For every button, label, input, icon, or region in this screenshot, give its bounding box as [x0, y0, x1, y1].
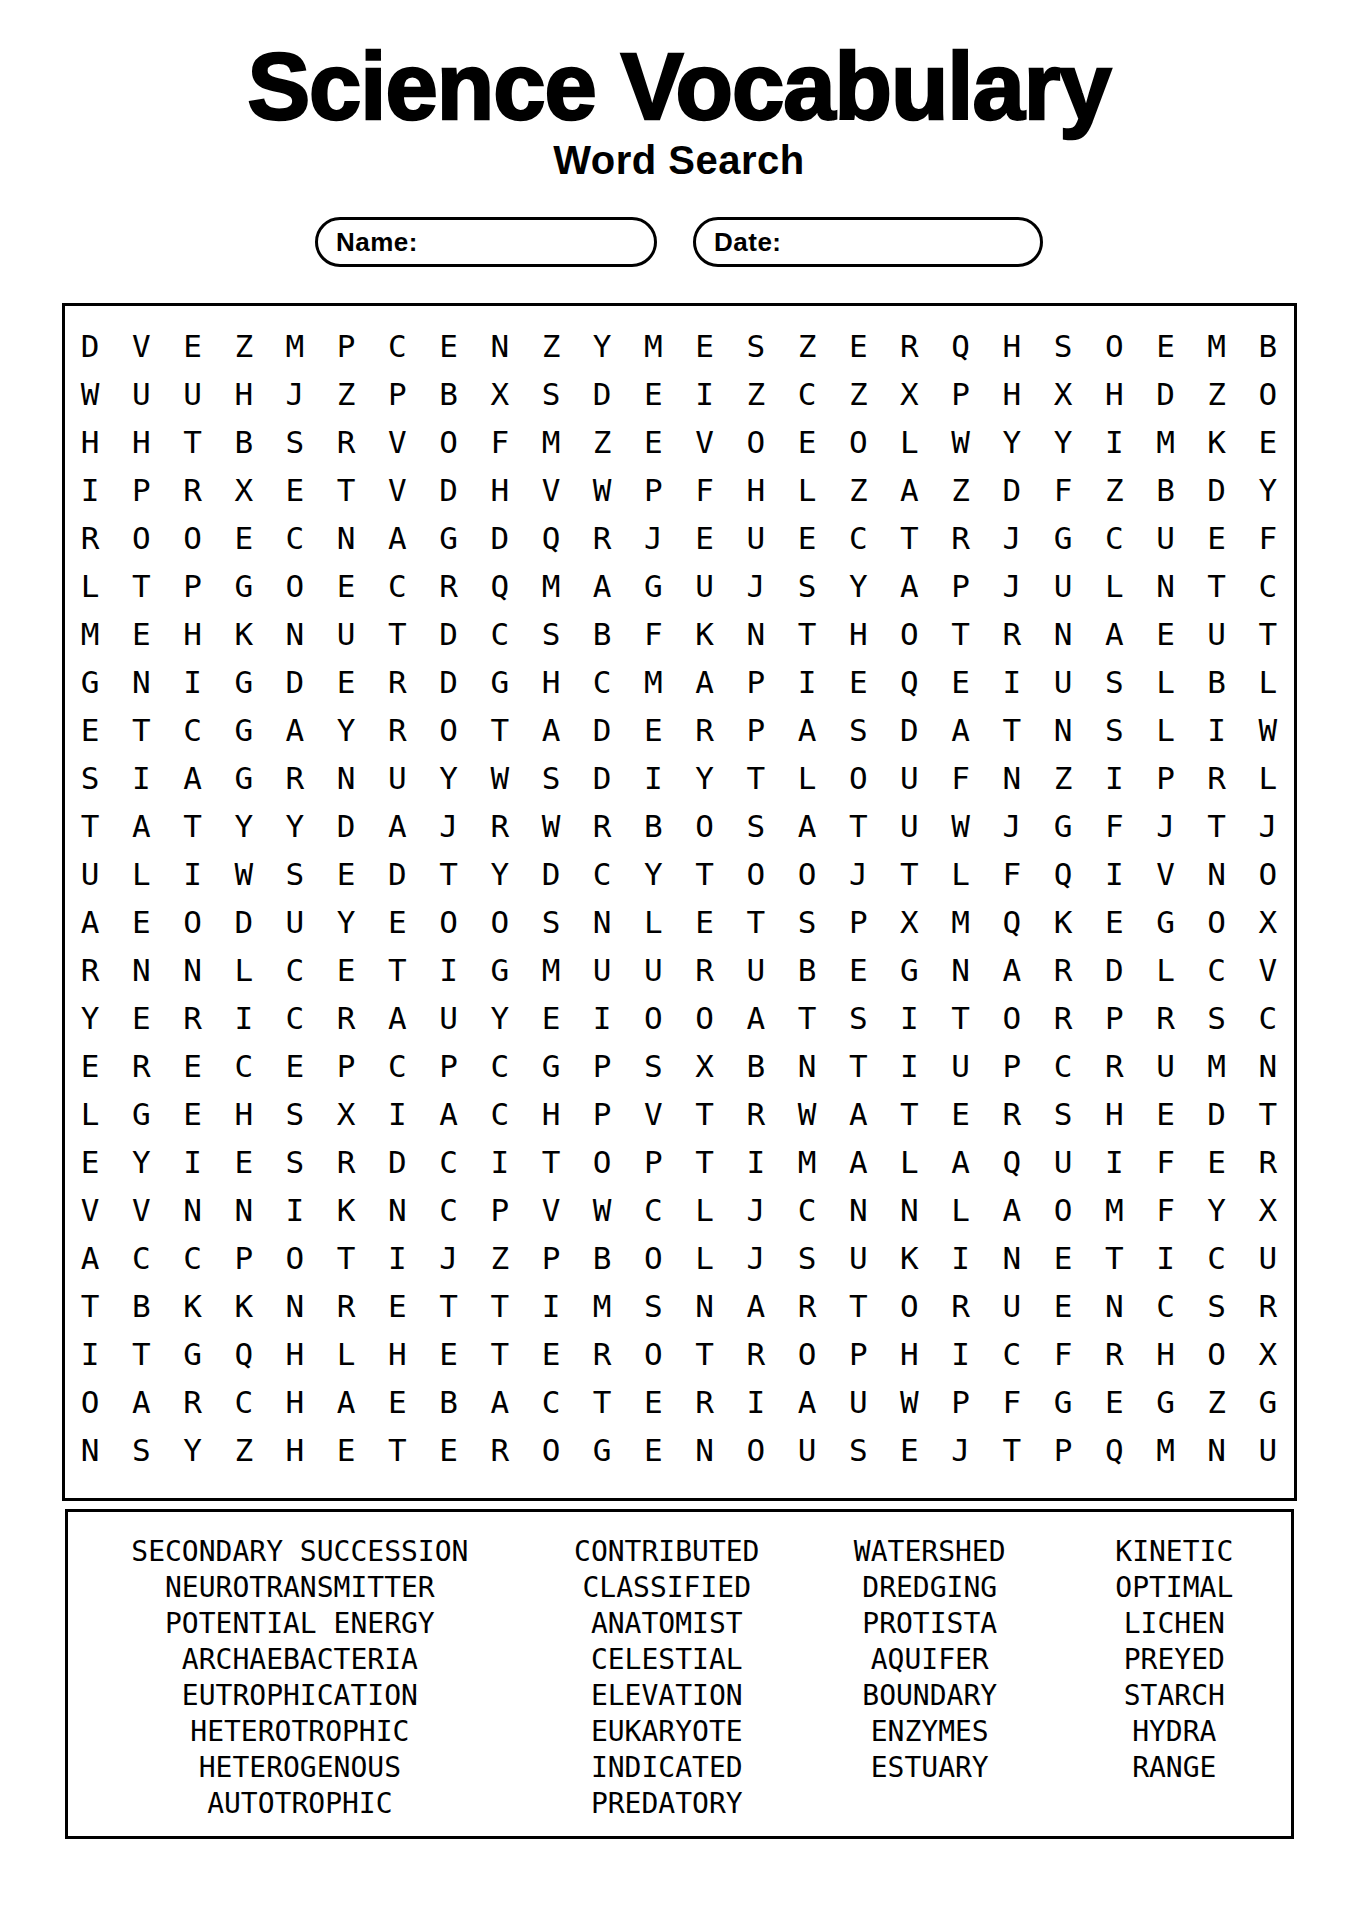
grid-cell[interactable]: M: [1140, 418, 1191, 466]
grid-cell[interactable]: W: [218, 850, 269, 898]
grid-cell[interactable]: S: [116, 1426, 167, 1474]
grid-cell[interactable]: J: [935, 1426, 986, 1474]
grid-cell[interactable]: D: [372, 1138, 423, 1186]
grid-cell[interactable]: O: [1037, 1186, 1088, 1234]
grid-cell[interactable]: K: [167, 1282, 218, 1330]
grid-cell[interactable]: U: [167, 370, 218, 418]
grid-cell[interactable]: X: [1242, 1186, 1293, 1234]
grid-cell[interactable]: E: [269, 1042, 320, 1090]
grid-cell[interactable]: E: [65, 706, 116, 754]
grid-cell[interactable]: C: [167, 706, 218, 754]
grid-cell[interactable]: N: [218, 1186, 269, 1234]
grid-cell[interactable]: P: [167, 562, 218, 610]
grid-cell[interactable]: E: [1242, 418, 1293, 466]
grid-cell[interactable]: A: [884, 562, 935, 610]
grid-cell[interactable]: O: [269, 1234, 320, 1282]
grid-cell[interactable]: L: [218, 946, 269, 994]
grid-cell[interactable]: D: [423, 610, 474, 658]
grid-cell[interactable]: G: [218, 706, 269, 754]
grid-cell[interactable]: N: [65, 1426, 116, 1474]
grid-cell[interactable]: H: [986, 370, 1037, 418]
grid-cell[interactable]: I: [1089, 1138, 1140, 1186]
grid-cell[interactable]: N: [1089, 1282, 1140, 1330]
grid-cell[interactable]: H: [218, 1090, 269, 1138]
grid-cell[interactable]: G: [474, 658, 525, 706]
grid-cell[interactable]: I: [1089, 418, 1140, 466]
grid-cell[interactable]: R: [679, 706, 730, 754]
grid-cell[interactable]: L: [679, 1186, 730, 1234]
grid-cell[interactable]: S: [525, 370, 576, 418]
grid-cell[interactable]: O: [833, 418, 884, 466]
grid-cell[interactable]: R: [730, 1090, 781, 1138]
grid-cell[interactable]: I: [935, 1234, 986, 1282]
grid-cell[interactable]: W: [935, 418, 986, 466]
grid-cell[interactable]: E: [1089, 1378, 1140, 1426]
grid-cell[interactable]: C: [781, 1186, 832, 1234]
grid-cell[interactable]: O: [730, 418, 781, 466]
grid-cell[interactable]: E: [935, 658, 986, 706]
grid-cell[interactable]: T: [167, 418, 218, 466]
name-field[interactable]: Name:: [315, 217, 657, 267]
grid-cell[interactable]: E: [628, 1426, 679, 1474]
grid-cell[interactable]: U: [1140, 514, 1191, 562]
grid-cell[interactable]: U: [884, 802, 935, 850]
grid-cell[interactable]: F: [1037, 466, 1088, 514]
grid-cell[interactable]: N: [1242, 1042, 1293, 1090]
grid-cell[interactable]: Y: [1037, 418, 1088, 466]
grid-cell[interactable]: S: [1037, 322, 1088, 370]
grid-cell[interactable]: P: [730, 658, 781, 706]
grid-cell[interactable]: D: [525, 850, 576, 898]
grid-cell[interactable]: C: [269, 514, 320, 562]
grid-cell[interactable]: I: [1089, 850, 1140, 898]
grid-cell[interactable]: Q: [986, 898, 1037, 946]
grid-cell[interactable]: N: [986, 754, 1037, 802]
grid-cell[interactable]: A: [577, 562, 628, 610]
grid-cell[interactable]: X: [884, 370, 935, 418]
grid-cell[interactable]: Y: [1242, 466, 1293, 514]
grid-cell[interactable]: G: [167, 1330, 218, 1378]
grid-cell[interactable]: P: [935, 370, 986, 418]
grid-cell[interactable]: X: [321, 1090, 372, 1138]
grid-cell[interactable]: T: [679, 1330, 730, 1378]
grid-cell[interactable]: V: [116, 322, 167, 370]
grid-cell[interactable]: C: [372, 1042, 423, 1090]
grid-cell[interactable]: P: [321, 1042, 372, 1090]
grid-cell[interactable]: E: [116, 994, 167, 1042]
grid-cell[interactable]: H: [1089, 370, 1140, 418]
grid-cell[interactable]: F: [1140, 1138, 1191, 1186]
grid-cell[interactable]: N: [833, 1186, 884, 1234]
grid-cell[interactable]: S: [628, 1042, 679, 1090]
grid-cell[interactable]: A: [372, 514, 423, 562]
grid-cell[interactable]: J: [423, 802, 474, 850]
grid-cell[interactable]: O: [628, 994, 679, 1042]
grid-cell[interactable]: M: [781, 1138, 832, 1186]
grid-cell[interactable]: U: [1242, 1426, 1293, 1474]
grid-cell[interactable]: U: [1242, 1234, 1293, 1282]
grid-cell[interactable]: I: [65, 466, 116, 514]
grid-cell[interactable]: O: [116, 514, 167, 562]
grid-cell[interactable]: Y: [167, 1426, 218, 1474]
grid-cell[interactable]: R: [116, 1042, 167, 1090]
grid-cell[interactable]: O: [1089, 322, 1140, 370]
grid-cell[interactable]: C: [781, 370, 832, 418]
grid-cell[interactable]: P: [1140, 754, 1191, 802]
grid-cell[interactable]: I: [781, 658, 832, 706]
grid-cell[interactable]: A: [525, 706, 576, 754]
grid-cell[interactable]: G: [218, 562, 269, 610]
grid-cell[interactable]: D: [1191, 1090, 1242, 1138]
grid-cell[interactable]: Y: [423, 754, 474, 802]
grid-cell[interactable]: U: [1037, 562, 1088, 610]
grid-cell[interactable]: O: [269, 562, 320, 610]
grid-cell[interactable]: U: [321, 610, 372, 658]
grid-cell[interactable]: M: [65, 610, 116, 658]
grid-cell[interactable]: I: [679, 370, 730, 418]
grid-cell[interactable]: O: [167, 514, 218, 562]
grid-cell[interactable]: S: [525, 610, 576, 658]
grid-cell[interactable]: X: [1037, 370, 1088, 418]
grid-cell[interactable]: P: [833, 898, 884, 946]
grid-cell[interactable]: D: [423, 658, 474, 706]
grid-cell[interactable]: I: [730, 1378, 781, 1426]
grid-cell[interactable]: S: [781, 898, 832, 946]
grid-cell[interactable]: A: [116, 1378, 167, 1426]
grid-cell[interactable]: O: [65, 1378, 116, 1426]
grid-cell[interactable]: E: [116, 610, 167, 658]
grid-cell[interactable]: A: [781, 706, 832, 754]
grid-cell[interactable]: E: [628, 370, 679, 418]
grid-cell[interactable]: C: [372, 322, 423, 370]
grid-cell[interactable]: R: [986, 1090, 1037, 1138]
grid-cell[interactable]: R: [1191, 754, 1242, 802]
grid-cell[interactable]: N: [1191, 1426, 1242, 1474]
grid-cell[interactable]: S: [628, 1282, 679, 1330]
grid-cell[interactable]: S: [269, 418, 320, 466]
grid-cell[interactable]: H: [218, 370, 269, 418]
grid-cell[interactable]: F: [679, 466, 730, 514]
grid-cell[interactable]: G: [884, 946, 935, 994]
grid-cell[interactable]: G: [1037, 802, 1088, 850]
grid-cell[interactable]: J: [1242, 802, 1293, 850]
grid-cell[interactable]: C: [628, 1186, 679, 1234]
grid-cell[interactable]: I: [474, 1138, 525, 1186]
grid-cell[interactable]: A: [372, 994, 423, 1042]
grid-cell[interactable]: I: [269, 1186, 320, 1234]
grid-cell[interactable]: T: [1242, 610, 1293, 658]
grid-cell[interactable]: M: [577, 1282, 628, 1330]
grid-cell[interactable]: Z: [1089, 466, 1140, 514]
grid-cell[interactable]: H: [269, 1378, 320, 1426]
grid-cell[interactable]: K: [1191, 418, 1242, 466]
grid-cell[interactable]: Q: [474, 562, 525, 610]
grid-cell[interactable]: Q: [1037, 850, 1088, 898]
grid-cell[interactable]: I: [525, 1282, 576, 1330]
grid-cell[interactable]: N: [986, 1234, 1037, 1282]
grid-cell[interactable]: U: [269, 898, 320, 946]
grid-cell[interactable]: G: [474, 946, 525, 994]
grid-cell[interactable]: D: [1089, 946, 1140, 994]
grid-cell[interactable]: S: [525, 754, 576, 802]
grid-cell[interactable]: T: [986, 706, 1037, 754]
grid-cell[interactable]: L: [1140, 658, 1191, 706]
grid-cell[interactable]: W: [884, 1378, 935, 1426]
grid-cell[interactable]: I: [65, 1330, 116, 1378]
grid-cell[interactable]: X: [218, 466, 269, 514]
grid-cell[interactable]: I: [628, 754, 679, 802]
grid-cell[interactable]: G: [1242, 1378, 1293, 1426]
grid-cell[interactable]: A: [935, 706, 986, 754]
grid-cell[interactable]: T: [474, 1282, 525, 1330]
grid-cell[interactable]: Z: [218, 1426, 269, 1474]
grid-cell[interactable]: R: [679, 1378, 730, 1426]
grid-cell[interactable]: R: [730, 1330, 781, 1378]
grid-cell[interactable]: U: [730, 514, 781, 562]
grid-cell[interactable]: A: [730, 1282, 781, 1330]
grid-cell[interactable]: U: [65, 850, 116, 898]
grid-cell[interactable]: R: [1242, 1282, 1293, 1330]
grid-cell[interactable]: T: [577, 1378, 628, 1426]
grid-cell[interactable]: H: [833, 610, 884, 658]
grid-cell[interactable]: T: [65, 802, 116, 850]
grid-cell[interactable]: G: [423, 514, 474, 562]
grid-cell[interactable]: Y: [1191, 1186, 1242, 1234]
grid-cell[interactable]: Z: [781, 322, 832, 370]
grid-cell[interactable]: R: [321, 1282, 372, 1330]
grid-cell[interactable]: T: [833, 1042, 884, 1090]
grid-cell[interactable]: U: [833, 1378, 884, 1426]
grid-cell[interactable]: E: [372, 1378, 423, 1426]
grid-cell[interactable]: X: [1242, 898, 1293, 946]
grid-cell[interactable]: H: [525, 658, 576, 706]
grid-cell[interactable]: R: [1037, 994, 1088, 1042]
grid-cell[interactable]: Z: [474, 1234, 525, 1282]
grid-cell[interactable]: N: [884, 1186, 935, 1234]
grid-cell[interactable]: Z: [218, 322, 269, 370]
grid-cell[interactable]: A: [935, 1138, 986, 1186]
grid-cell[interactable]: I: [167, 1138, 218, 1186]
grid-cell[interactable]: N: [372, 1186, 423, 1234]
grid-cell[interactable]: N: [1140, 562, 1191, 610]
grid-cell[interactable]: L: [935, 850, 986, 898]
grid-cell[interactable]: A: [730, 994, 781, 1042]
grid-cell[interactable]: F: [474, 418, 525, 466]
grid-cell[interactable]: O: [986, 994, 1037, 1042]
grid-cell[interactable]: C: [1242, 562, 1293, 610]
grid-cell[interactable]: K: [1037, 898, 1088, 946]
grid-cell[interactable]: M: [935, 898, 986, 946]
grid-cell[interactable]: I: [167, 658, 218, 706]
grid-cell[interactable]: U: [935, 1042, 986, 1090]
grid-cell[interactable]: O: [781, 1330, 832, 1378]
grid-cell[interactable]: E: [781, 418, 832, 466]
grid-cell[interactable]: Y: [218, 802, 269, 850]
grid-cell[interactable]: M: [525, 418, 576, 466]
grid-cell[interactable]: F: [1242, 514, 1293, 562]
grid-cell[interactable]: C: [577, 850, 628, 898]
grid-cell[interactable]: B: [423, 370, 474, 418]
grid-cell[interactable]: B: [1191, 658, 1242, 706]
grid-cell[interactable]: E: [321, 658, 372, 706]
grid-cell[interactable]: P: [628, 466, 679, 514]
grid-cell[interactable]: P: [935, 562, 986, 610]
grid-cell[interactable]: X: [679, 1042, 730, 1090]
grid-cell[interactable]: B: [577, 1234, 628, 1282]
grid-cell[interactable]: L: [65, 562, 116, 610]
grid-cell[interactable]: E: [628, 418, 679, 466]
grid-cell[interactable]: U: [577, 946, 628, 994]
grid-cell[interactable]: T: [781, 610, 832, 658]
grid-cell[interactable]: S: [1037, 1090, 1088, 1138]
grid-cell[interactable]: C: [218, 1378, 269, 1426]
grid-cell[interactable]: U: [730, 946, 781, 994]
grid-cell[interactable]: J: [628, 514, 679, 562]
grid-cell[interactable]: C: [218, 1042, 269, 1090]
grid-cell[interactable]: V: [116, 1186, 167, 1234]
grid-cell[interactable]: O: [1242, 850, 1293, 898]
grid-cell[interactable]: T: [884, 514, 935, 562]
grid-cell[interactable]: T: [1089, 1234, 1140, 1282]
grid-cell[interactable]: A: [781, 802, 832, 850]
grid-cell[interactable]: O: [679, 802, 730, 850]
grid-cell[interactable]: P: [1037, 1426, 1088, 1474]
grid-cell[interactable]: L: [935, 1186, 986, 1234]
grid-cell[interactable]: H: [167, 610, 218, 658]
grid-cell[interactable]: O: [577, 1138, 628, 1186]
grid-cell[interactable]: L: [781, 466, 832, 514]
grid-cell[interactable]: J: [730, 562, 781, 610]
grid-cell[interactable]: O: [1191, 898, 1242, 946]
grid-cell[interactable]: O: [730, 1426, 781, 1474]
grid-cell[interactable]: U: [1037, 1138, 1088, 1186]
grid-cell[interactable]: E: [628, 706, 679, 754]
grid-cell[interactable]: I: [884, 994, 935, 1042]
grid-cell[interactable]: R: [781, 1282, 832, 1330]
grid-cell[interactable]: E: [116, 898, 167, 946]
grid-cell[interactable]: C: [474, 1090, 525, 1138]
grid-cell[interactable]: L: [884, 418, 935, 466]
grid-cell[interactable]: R: [577, 514, 628, 562]
grid-cell[interactable]: A: [474, 1378, 525, 1426]
grid-cell[interactable]: T: [781, 994, 832, 1042]
grid-cell[interactable]: R: [372, 706, 423, 754]
grid-cell[interactable]: Y: [321, 898, 372, 946]
grid-cell[interactable]: E: [1191, 514, 1242, 562]
grid-cell[interactable]: J: [269, 370, 320, 418]
grid-cell[interactable]: F: [1140, 1186, 1191, 1234]
grid-cell[interactable]: L: [884, 1138, 935, 1186]
grid-cell[interactable]: O: [628, 1234, 679, 1282]
grid-cell[interactable]: O: [884, 1282, 935, 1330]
grid-cell[interactable]: E: [1140, 610, 1191, 658]
grid-cell[interactable]: R: [321, 1138, 372, 1186]
grid-cell[interactable]: V: [65, 1186, 116, 1234]
grid-cell[interactable]: R: [986, 610, 1037, 658]
grid-cell[interactable]: E: [1140, 322, 1191, 370]
grid-cell[interactable]: G: [525, 1042, 576, 1090]
grid-cell[interactable]: T: [423, 850, 474, 898]
grid-cell[interactable]: E: [269, 466, 320, 514]
grid-cell[interactable]: S: [269, 1090, 320, 1138]
grid-cell[interactable]: D: [986, 466, 1037, 514]
grid-cell[interactable]: G: [1037, 514, 1088, 562]
grid-cell[interactable]: K: [218, 610, 269, 658]
grid-cell[interactable]: J: [730, 1186, 781, 1234]
grid-cell[interactable]: P: [577, 1042, 628, 1090]
grid-cell[interactable]: Z: [525, 322, 576, 370]
grid-cell[interactable]: X: [1242, 1330, 1293, 1378]
grid-cell[interactable]: O: [628, 1330, 679, 1378]
grid-cell[interactable]: M: [1140, 1426, 1191, 1474]
grid-cell[interactable]: U: [423, 994, 474, 1042]
grid-cell[interactable]: O: [679, 994, 730, 1042]
grid-cell[interactable]: U: [781, 1426, 832, 1474]
grid-cell[interactable]: G: [1140, 1378, 1191, 1426]
grid-cell[interactable]: O: [423, 898, 474, 946]
grid-cell[interactable]: N: [269, 610, 320, 658]
grid-cell[interactable]: T: [679, 850, 730, 898]
grid-cell[interactable]: N: [474, 322, 525, 370]
grid-cell[interactable]: L: [781, 754, 832, 802]
grid-cell[interactable]: I: [730, 1138, 781, 1186]
grid-cell[interactable]: I: [116, 754, 167, 802]
grid-cell[interactable]: Y: [474, 850, 525, 898]
grid-cell[interactable]: Q: [986, 1138, 1037, 1186]
grid-cell[interactable]: Z: [935, 466, 986, 514]
grid-cell[interactable]: H: [1089, 1090, 1140, 1138]
grid-cell[interactable]: R: [1242, 1138, 1293, 1186]
grid-cell[interactable]: R: [1037, 946, 1088, 994]
grid-cell[interactable]: J: [1140, 802, 1191, 850]
grid-cell[interactable]: C: [116, 1234, 167, 1282]
grid-cell[interactable]: T: [935, 610, 986, 658]
grid-cell[interactable]: G: [628, 562, 679, 610]
grid-cell[interactable]: A: [116, 802, 167, 850]
grid-cell[interactable]: J: [730, 1234, 781, 1282]
grid-cell[interactable]: O: [781, 850, 832, 898]
grid-cell[interactable]: P: [1089, 994, 1140, 1042]
grid-cell[interactable]: G: [116, 1090, 167, 1138]
grid-cell[interactable]: F: [986, 1378, 1037, 1426]
grid-cell[interactable]: V: [679, 418, 730, 466]
grid-cell[interactable]: I: [372, 1234, 423, 1282]
grid-cell[interactable]: A: [679, 658, 730, 706]
grid-cell[interactable]: N: [269, 1282, 320, 1330]
grid-cell[interactable]: T: [730, 898, 781, 946]
grid-cell[interactable]: P: [730, 706, 781, 754]
grid-cell[interactable]: I: [218, 994, 269, 1042]
grid-cell[interactable]: N: [167, 946, 218, 994]
grid-cell[interactable]: K: [321, 1186, 372, 1234]
grid-cell[interactable]: E: [679, 322, 730, 370]
grid-cell[interactable]: S: [1089, 658, 1140, 706]
grid-cell[interactable]: I: [1140, 1234, 1191, 1282]
grid-cell[interactable]: L: [1140, 946, 1191, 994]
grid-cell[interactable]: Y: [679, 754, 730, 802]
grid-cell[interactable]: W: [65, 370, 116, 418]
grid-cell[interactable]: T: [167, 802, 218, 850]
grid-cell[interactable]: U: [884, 754, 935, 802]
grid-cell[interactable]: T: [116, 562, 167, 610]
grid-cell[interactable]: Y: [628, 850, 679, 898]
grid-cell[interactable]: Y: [269, 802, 320, 850]
grid-cell[interactable]: R: [1140, 994, 1191, 1042]
grid-cell[interactable]: J: [833, 850, 884, 898]
grid-cell[interactable]: N: [730, 610, 781, 658]
grid-cell[interactable]: L: [1242, 658, 1293, 706]
grid-cell[interactable]: P: [116, 466, 167, 514]
